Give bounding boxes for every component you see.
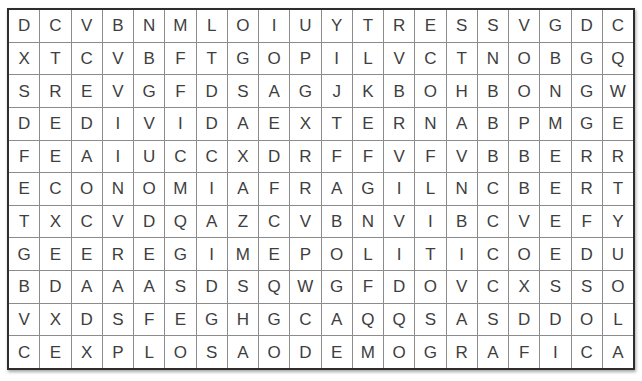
grid-cell[interactable]: L [353,238,383,270]
grid-cell[interactable]: V [509,10,539,42]
grid-cell[interactable]: F [134,304,164,336]
grid-cell[interactable]: D [9,10,39,42]
grid-cell[interactable]: S [165,271,195,303]
grid-cell[interactable]: D [572,10,602,42]
grid-cell[interactable]: E [540,206,570,238]
grid-cell[interactable]: G [353,173,383,205]
grid-cell[interactable]: Q [603,43,633,75]
grid-cell[interactable]: M [165,10,195,42]
grid-cell[interactable]: G [9,238,39,270]
grid-cell[interactable]: V [447,141,477,173]
grid-cell[interactable]: G [290,75,320,107]
grid-cell[interactable]: V [103,75,133,107]
grid-cell[interactable]: G [572,43,602,75]
grid-cell[interactable]: I [540,336,570,368]
grid-cell[interactable]: T [353,10,383,42]
grid-cell[interactable]: B [134,43,164,75]
grid-cell[interactable]: C [165,141,195,173]
grid-cell[interactable]: D [40,271,70,303]
grid-cell[interactable]: S [447,10,477,42]
grid-cell[interactable]: O [509,238,539,270]
grid-cell[interactable]: G [259,304,289,336]
grid-cell[interactable]: C [197,141,227,173]
grid-cell[interactable]: E [540,238,570,270]
grid-cell[interactable]: G [540,10,570,42]
grid-cell[interactable]: I [415,206,445,238]
grid-cell[interactable]: S [197,336,227,368]
grid-cell[interactable]: X [40,206,70,238]
grid-cell[interactable]: V [9,304,39,336]
grid-cell[interactable]: Q [353,304,383,336]
grid-cell[interactable]: H [228,304,258,336]
grid-cell[interactable]: R [572,173,602,205]
grid-cell[interactable]: A [228,108,258,140]
grid-cell[interactable]: N [478,43,508,75]
grid-cell[interactable]: F [165,75,195,107]
grid-cell[interactable]: J [322,75,352,107]
grid-cell[interactable]: I [165,108,195,140]
grid-cell[interactable]: R [103,238,133,270]
grid-cell[interactable]: F [165,43,195,75]
grid-cell[interactable]: N [540,75,570,107]
grid-cell[interactable]: W [603,75,633,107]
grid-cell[interactable]: K [353,75,383,107]
grid-cell[interactable]: O [72,173,102,205]
grid-cell[interactable]: I [197,238,227,270]
grid-cell[interactable]: X [509,271,539,303]
grid-cell[interactable]: B [478,75,508,107]
grid-cell[interactable]: G [415,336,445,368]
grid-cell[interactable]: T [40,43,70,75]
grid-cell[interactable]: V [290,206,320,238]
grid-cell[interactable]: F [353,271,383,303]
grid-cell[interactable]: X [72,336,102,368]
grid-cell[interactable]: G [134,75,164,107]
grid-cell[interactable]: S [572,271,602,303]
grid-cell[interactable]: A [259,75,289,107]
grid-cell[interactable]: E [259,108,289,140]
grid-cell[interactable]: L [415,173,445,205]
grid-cell[interactable]: N [134,10,164,42]
grid-cell[interactable]: V [103,43,133,75]
grid-cell[interactable]: T [322,108,352,140]
grid-cell[interactable]: G [228,43,258,75]
grid-cell[interactable]: H [447,75,477,107]
grid-cell[interactable]: D [72,108,102,140]
grid-cell[interactable]: Z [228,206,258,238]
grid-cell[interactable]: A [228,173,258,205]
grid-cell[interactable]: X [290,108,320,140]
grid-cell[interactable]: F [509,336,539,368]
grid-cell[interactable]: T [415,238,445,270]
grid-cell[interactable]: T [447,43,477,75]
grid-cell[interactable]: P [509,108,539,140]
grid-cell[interactable]: S [228,75,258,107]
grid-cell[interactable]: E [540,173,570,205]
grid-cell[interactable]: S [9,75,39,107]
grid-cell[interactable]: D [384,271,414,303]
grid-cell[interactable]: Q [165,206,195,238]
grid-cell[interactable]: I [447,238,477,270]
grid-cell[interactable]: G [322,271,352,303]
grid-cell[interactable]: N [415,108,445,140]
grid-cell[interactable]: B [509,141,539,173]
grid-cell[interactable]: B [478,108,508,140]
grid-cell[interactable]: Q [384,304,414,336]
grid-cell[interactable]: V [384,206,414,238]
grid-cell[interactable]: X [9,43,39,75]
grid-cell[interactable]: C [478,206,508,238]
grid-cell[interactable]: E [540,141,570,173]
grid-cell[interactable]: C [72,43,102,75]
grid-cell[interactable]: F [9,141,39,173]
grid-cell[interactable]: P [103,336,133,368]
grid-cell[interactable]: D [540,304,570,336]
grid-cell[interactable]: D [134,206,164,238]
grid-cell[interactable]: T [603,173,633,205]
grid-cell[interactable]: V [384,141,414,173]
grid-cell[interactable]: O [228,10,258,42]
grid-cell[interactable]: M [353,336,383,368]
grid-cell[interactable]: G [197,304,227,336]
grid-cell[interactable]: N [353,206,383,238]
grid-cell[interactable]: D [197,75,227,107]
grid-cell[interactable]: A [478,336,508,368]
grid-cell[interactable]: Q [259,271,289,303]
grid-cell[interactable]: S [478,304,508,336]
grid-cell[interactable]: D [290,336,320,368]
grid-cell[interactable]: E [603,108,633,140]
grid-cell[interactable]: R [572,141,602,173]
grid-cell[interactable]: U [603,238,633,270]
grid-cell[interactable]: A [228,336,258,368]
grid-cell[interactable]: C [572,336,602,368]
grid-cell[interactable]: U [290,10,320,42]
grid-cell[interactable]: L [353,43,383,75]
grid-cell[interactable]: B [322,206,352,238]
grid-cell[interactable]: O [322,238,352,270]
letter-grid: DCVBNMLOIUYTRESSVGDCXTCVBFTGOPILVCTNOBGQ… [9,10,633,368]
grid-cell[interactable]: E [415,10,445,42]
grid-cell[interactable]: A [322,304,352,336]
grid-cell[interactable]: V [384,43,414,75]
grid-cell[interactable]: P [290,43,320,75]
grid-cell[interactable]: B [478,141,508,173]
grid-cell[interactable]: R [384,10,414,42]
grid-cell[interactable]: M [165,173,195,205]
grid-cell[interactable]: V [447,271,477,303]
grid-cell[interactable]: C [40,10,70,42]
grid-cell[interactable]: N [103,173,133,205]
grid-cell[interactable]: A [322,173,352,205]
grid-cell[interactable]: Y [322,10,352,42]
grid-cell[interactable]: F [415,141,445,173]
grid-cell[interactable]: F [259,173,289,205]
grid-cell[interactable]: T [197,43,227,75]
grid-cell[interactable]: X [228,141,258,173]
grid-cell[interactable]: E [40,108,70,140]
grid-cell[interactable]: G [572,108,602,140]
grid-cell[interactable]: T [9,206,39,238]
grid-cell[interactable]: I [384,238,414,270]
grid-cell[interactable]: R [290,141,320,173]
grid-cell[interactable]: E [9,173,39,205]
grid-cell[interactable]: R [603,141,633,173]
grid-cell[interactable]: C [415,43,445,75]
grid-cell[interactable]: C [478,173,508,205]
grid-cell[interactable]: R [290,173,320,205]
grid-cell[interactable]: I [197,173,227,205]
grid-cell[interactable]: E [40,336,70,368]
grid-cell[interactable]: O [603,271,633,303]
grid-cell[interactable]: M [228,238,258,270]
grid-cell[interactable]: D [197,108,227,140]
grid-cell[interactable]: O [572,304,602,336]
grid-cell[interactable]: O [509,75,539,107]
grid-cell[interactable]: E [40,238,70,270]
grid-cell[interactable]: D [197,271,227,303]
grid-cell[interactable]: D [572,238,602,270]
grid-cell[interactable]: R [384,108,414,140]
grid-cell[interactable]: S [228,271,258,303]
word-search-board: DCVBNMLOIUYTRESSVGDCXTCVBFTGOPILVCTNOBGQ… [7,8,635,370]
grid-cell[interactable]: D [9,108,39,140]
grid-cell[interactable]: E [259,238,289,270]
grid-cell[interactable]: I [103,141,133,173]
grid-cell[interactable]: E [72,238,102,270]
grid-cell[interactable]: V [509,206,539,238]
grid-cell[interactable]: V [134,108,164,140]
grid-cell[interactable]: A [447,304,477,336]
grid-cell[interactable]: A [603,336,633,368]
grid-cell[interactable]: O [384,336,414,368]
grid-cell[interactable]: M [540,108,570,140]
grid-cell[interactable]: A [447,108,477,140]
grid-cell[interactable]: W [290,271,320,303]
grid-cell[interactable]: A [72,141,102,173]
grid-cell[interactable]: O [415,271,445,303]
grid-cell[interactable]: O [165,336,195,368]
grid-cell[interactable]: S [478,10,508,42]
grid-cell[interactable]: I [384,173,414,205]
grid-cell[interactable]: F [353,141,383,173]
grid-cell[interactable]: B [9,271,39,303]
grid-cell[interactable]: D [72,304,102,336]
grid-cell[interactable]: G [165,238,195,270]
word-search-page: DCVBNMLOIUYTRESSVGDCXTCVBFTGOPILVCTNOBGQ… [0,0,642,381]
grid-cell[interactable]: A [197,206,227,238]
grid-cell[interactable]: L [134,336,164,368]
grid-cell[interactable]: B [103,10,133,42]
grid-cell[interactable]: D [259,141,289,173]
grid-cell[interactable]: R [40,75,70,107]
grid-cell[interactable]: C [72,206,102,238]
grid-cell[interactable]: R [447,336,477,368]
grid-cell[interactable]: P [290,238,320,270]
grid-cell[interactable]: E [40,141,70,173]
grid-cell[interactable]: O [509,43,539,75]
grid-cell[interactable]: I [259,10,289,42]
grid-cell[interactable]: C [478,271,508,303]
grid-cell[interactable]: V [72,10,102,42]
grid-cell[interactable]: F [322,141,352,173]
grid-cell[interactable]: E [322,336,352,368]
grid-cell[interactable]: C [259,206,289,238]
grid-cell[interactable]: I [322,43,352,75]
grid-cell[interactable]: I [103,108,133,140]
grid-cell[interactable]: C [9,336,39,368]
grid-cell[interactable]: B [509,173,539,205]
grid-cell[interactable]: O [415,75,445,107]
grid-cell[interactable]: X [40,304,70,336]
grid-cell[interactable]: Y [603,206,633,238]
grid-cell[interactable]: L [603,304,633,336]
grid-cell[interactable]: O [259,43,289,75]
grid-cell[interactable]: D [509,304,539,336]
grid-cell[interactable]: S [415,304,445,336]
grid-cell[interactable]: E [134,238,164,270]
grid-cell[interactable]: L [197,10,227,42]
grid-cell[interactable]: C [290,304,320,336]
grid-cell[interactable]: O [134,173,164,205]
grid-cell[interactable]: O [259,336,289,368]
grid-cell[interactable]: S [103,304,133,336]
grid-cell[interactable]: A [134,271,164,303]
grid-cell[interactable]: F [572,206,602,238]
grid-cell[interactable]: B [447,206,477,238]
grid-cell[interactable]: G [572,75,602,107]
grid-cell[interactable]: B [540,43,570,75]
grid-cell[interactable]: C [40,173,70,205]
grid-cell[interactable]: A [103,271,133,303]
grid-cell[interactable]: B [384,75,414,107]
grid-cell[interactable]: C [603,10,633,42]
grid-cell[interactable]: A [72,271,102,303]
grid-cell[interactable]: C [478,238,508,270]
grid-cell[interactable]: N [447,173,477,205]
grid-cell[interactable]: E [165,304,195,336]
grid-cell[interactable]: E [353,108,383,140]
grid-cell[interactable]: S [540,271,570,303]
grid-cell[interactable]: V [103,206,133,238]
grid-cell[interactable]: E [72,75,102,107]
grid-cell[interactable]: U [134,141,164,173]
